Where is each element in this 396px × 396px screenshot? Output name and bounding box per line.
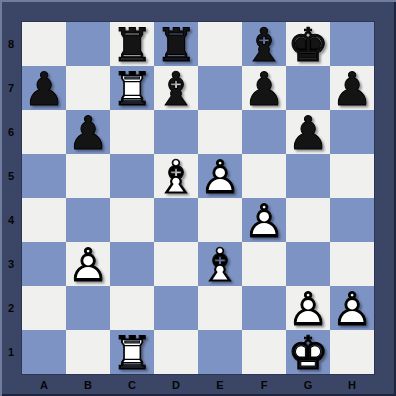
piece-glyph-fill: ♟ — [330, 66, 374, 110]
square-c5[interactable] — [110, 154, 154, 198]
square-b5[interactable] — [66, 154, 110, 198]
square-g8[interactable]: ♚ — [286, 22, 330, 66]
piece-glyph-fill: ♟ — [22, 66, 66, 110]
piece-white-pawn[interactable]: ♟♙ — [198, 154, 242, 198]
piece-glyph-fill: ♟ — [242, 66, 286, 110]
chess-board-frame: 87654321 ♜♜♝♚♟♜♖♝♟♟♟♟♝♗♟♙♟♙♟♙♝♗♟♙♟♙♜♖♚♔ … — [0, 0, 396, 396]
square-h6[interactable] — [330, 110, 374, 154]
rank-label-1: 1 — [0, 330, 22, 374]
square-d8[interactable]: ♜ — [154, 22, 198, 66]
square-f4[interactable]: ♟♙ — [242, 198, 286, 242]
piece-glyph-outline: ♖ — [110, 330, 154, 374]
square-d4[interactable] — [154, 198, 198, 242]
square-g5[interactable] — [286, 154, 330, 198]
square-g7[interactable] — [286, 66, 330, 110]
rank-label-7: 7 — [0, 66, 22, 110]
square-f8[interactable]: ♝ — [242, 22, 286, 66]
square-c1[interactable]: ♜♖ — [110, 330, 154, 374]
square-a8[interactable] — [22, 22, 66, 66]
square-b4[interactable] — [66, 198, 110, 242]
file-label-f: F — [242, 374, 286, 396]
piece-glyph-outline: ♙ — [198, 154, 242, 198]
rank-label-8: 8 — [0, 22, 22, 66]
square-a1[interactable] — [22, 330, 66, 374]
file-labels: ABCDEFGH — [22, 374, 374, 396]
square-g6[interactable]: ♟ — [286, 110, 330, 154]
square-h5[interactable] — [330, 154, 374, 198]
square-f6[interactable] — [242, 110, 286, 154]
square-e5[interactable]: ♟♙ — [198, 154, 242, 198]
piece-black-pawn[interactable]: ♟ — [66, 110, 110, 154]
square-f3[interactable] — [242, 242, 286, 286]
piece-glyph-outline: ♙ — [330, 286, 374, 330]
square-c2[interactable] — [110, 286, 154, 330]
piece-glyph-fill: ♟ — [66, 110, 110, 154]
square-e8[interactable] — [198, 22, 242, 66]
square-f5[interactable] — [242, 154, 286, 198]
square-a2[interactable] — [22, 286, 66, 330]
piece-white-pawn[interactable]: ♟♙ — [286, 286, 330, 330]
rank-label-4: 4 — [0, 198, 22, 242]
square-h7[interactable]: ♟ — [330, 66, 374, 110]
square-d7[interactable]: ♝ — [154, 66, 198, 110]
piece-black-king[interactable]: ♚ — [286, 22, 330, 66]
piece-glyph-outline: ♔ — [286, 330, 330, 374]
rank-label-6: 6 — [0, 110, 22, 154]
square-c4[interactable] — [110, 198, 154, 242]
square-e1[interactable] — [198, 330, 242, 374]
square-f2[interactable] — [242, 286, 286, 330]
piece-glyph-fill: ♜ — [154, 22, 198, 66]
square-f1[interactable] — [242, 330, 286, 374]
file-label-c: C — [110, 374, 154, 396]
square-b7[interactable] — [66, 66, 110, 110]
square-h4[interactable] — [330, 198, 374, 242]
square-a3[interactable] — [22, 242, 66, 286]
square-b2[interactable] — [66, 286, 110, 330]
square-e2[interactable] — [198, 286, 242, 330]
square-a5[interactable] — [22, 154, 66, 198]
square-d3[interactable] — [154, 242, 198, 286]
square-a4[interactable] — [22, 198, 66, 242]
square-h1[interactable] — [330, 330, 374, 374]
square-c8[interactable]: ♜ — [110, 22, 154, 66]
file-label-b: B — [66, 374, 110, 396]
square-c7[interactable]: ♜♖ — [110, 66, 154, 110]
piece-glyph-outline: ♙ — [242, 198, 286, 242]
piece-white-rook[interactable]: ♜♖ — [110, 330, 154, 374]
file-label-h: H — [330, 374, 374, 396]
file-label-a: A — [22, 374, 66, 396]
square-f7[interactable]: ♟ — [242, 66, 286, 110]
square-b3[interactable]: ♟♙ — [66, 242, 110, 286]
piece-black-pawn[interactable]: ♟ — [242, 66, 286, 110]
square-g3[interactable] — [286, 242, 330, 286]
piece-black-pawn[interactable]: ♟ — [330, 66, 374, 110]
square-b1[interactable] — [66, 330, 110, 374]
piece-black-bishop[interactable]: ♝ — [242, 22, 286, 66]
square-g4[interactable] — [286, 198, 330, 242]
square-b6[interactable]: ♟ — [66, 110, 110, 154]
square-d5[interactable]: ♝♗ — [154, 154, 198, 198]
piece-black-rook[interactable]: ♜ — [110, 22, 154, 66]
square-d2[interactable] — [154, 286, 198, 330]
file-label-g: G — [286, 374, 330, 396]
piece-glyph-fill: ♝ — [242, 22, 286, 66]
piece-white-pawn[interactable]: ♟♙ — [66, 242, 110, 286]
piece-glyph-fill: ♚ — [286, 22, 330, 66]
piece-glyph-outline: ♙ — [286, 286, 330, 330]
file-label-d: D — [154, 374, 198, 396]
piece-white-pawn[interactable]: ♟♙ — [242, 198, 286, 242]
square-h3[interactable] — [330, 242, 374, 286]
square-d6[interactable] — [154, 110, 198, 154]
piece-black-pawn[interactable]: ♟ — [22, 66, 66, 110]
square-g1[interactable]: ♚♔ — [286, 330, 330, 374]
square-e6[interactable] — [198, 110, 242, 154]
piece-white-pawn[interactable]: ♟♙ — [330, 286, 374, 330]
rank-label-2: 2 — [0, 286, 22, 330]
square-d1[interactable] — [154, 330, 198, 374]
square-g2[interactable]: ♟♙ — [286, 286, 330, 330]
square-a6[interactable] — [22, 110, 66, 154]
piece-glyph-fill: ♝ — [154, 66, 198, 110]
chess-board: ♜♜♝♚♟♜♖♝♟♟♟♟♝♗♟♙♟♙♟♙♝♗♟♙♟♙♜♖♚♔ — [22, 22, 374, 374]
piece-black-rook[interactable]: ♜ — [154, 22, 198, 66]
piece-black-pawn[interactable]: ♟ — [286, 110, 330, 154]
rank-label-5: 5 — [0, 154, 22, 198]
file-label-e: E — [198, 374, 242, 396]
square-h8[interactable] — [330, 22, 374, 66]
square-a7[interactable]: ♟ — [22, 66, 66, 110]
square-e3[interactable]: ♝♗ — [198, 242, 242, 286]
piece-white-king[interactable]: ♚♔ — [286, 330, 330, 374]
square-h2[interactable]: ♟♙ — [330, 286, 374, 330]
piece-glyph-outline: ♙ — [66, 242, 110, 286]
square-e7[interactable] — [198, 66, 242, 110]
piece-glyph-outline: ♖ — [110, 66, 154, 110]
piece-white-bishop[interactable]: ♝♗ — [154, 154, 198, 198]
piece-glyph-fill: ♜ — [110, 22, 154, 66]
square-c6[interactable] — [110, 110, 154, 154]
square-c3[interactable] — [110, 242, 154, 286]
piece-white-bishop[interactable]: ♝♗ — [198, 242, 242, 286]
rank-labels: 87654321 — [0, 22, 22, 374]
piece-glyph-fill: ♟ — [286, 110, 330, 154]
rank-label-3: 3 — [0, 242, 22, 286]
piece-glyph-outline: ♗ — [198, 242, 242, 286]
piece-white-rook[interactable]: ♜♖ — [110, 66, 154, 110]
piece-black-bishop[interactable]: ♝ — [154, 66, 198, 110]
square-e4[interactable] — [198, 198, 242, 242]
piece-glyph-outline: ♗ — [154, 154, 198, 198]
square-b8[interactable] — [66, 22, 110, 66]
